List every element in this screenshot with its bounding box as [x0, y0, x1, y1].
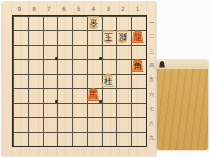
board-square[interactable] — [72, 88, 87, 102]
board-square[interactable] — [116, 16, 131, 30]
piece-kanji: 龍 — [133, 33, 142, 42]
komadai-top-edge — [157, 60, 208, 69]
board-square[interactable] — [13, 45, 28, 59]
board-square[interactable] — [131, 103, 146, 117]
board-square[interactable] — [43, 16, 58, 30]
komadai — [157, 60, 208, 150]
board-square[interactable] — [102, 117, 117, 131]
hoshi-dot — [55, 100, 58, 103]
piece-kanji: 銀 — [119, 32, 128, 41]
board-square[interactable] — [131, 16, 146, 30]
rank-label-9: 九 — [147, 131, 156, 145]
board-square[interactable] — [72, 30, 87, 44]
board-square[interactable] — [28, 30, 43, 44]
board-square[interactable] — [116, 132, 131, 146]
file-label-3: 3 — [101, 5, 116, 14]
hand-piece-icon[interactable] — [159, 61, 165, 68]
rank-label-1: 一 — [147, 15, 156, 29]
rank-label-6: 六 — [147, 87, 156, 101]
board-square[interactable] — [57, 45, 72, 59]
board-square[interactable] — [57, 16, 72, 30]
board-square[interactable] — [116, 45, 131, 59]
board-square[interactable] — [28, 16, 43, 30]
board-square[interactable] — [87, 103, 102, 117]
board-square[interactable] — [102, 59, 117, 73]
board-square[interactable] — [72, 132, 87, 146]
board-square[interactable] — [102, 132, 117, 146]
board-square[interactable] — [28, 59, 43, 73]
board-square[interactable] — [72, 74, 87, 88]
board-square[interactable] — [43, 132, 58, 146]
board-square[interactable] — [116, 59, 131, 73]
piece-kanji: 玉 — [104, 32, 113, 41]
board-square[interactable] — [28, 45, 43, 59]
board-square[interactable] — [13, 117, 28, 131]
board-square[interactable] — [57, 132, 72, 146]
file-label-7: 7 — [42, 5, 57, 14]
board-square[interactable] — [87, 74, 102, 88]
rank-label-5: 五 — [147, 73, 156, 87]
piece-kanji: 角 — [133, 62, 142, 71]
board-square[interactable] — [87, 30, 102, 44]
board-square[interactable] — [13, 16, 28, 30]
board-square[interactable] — [131, 88, 146, 102]
file-label-5: 5 — [71, 5, 86, 14]
board-square[interactable] — [28, 88, 43, 102]
komadai-surface — [157, 69, 208, 150]
hoshi-dot — [55, 57, 58, 60]
board-square[interactable] — [13, 30, 28, 44]
file-label-2: 2 — [115, 5, 130, 14]
piece-kanji: 桂 — [104, 76, 113, 85]
board-square[interactable] — [87, 117, 102, 131]
board-square[interactable] — [28, 132, 43, 146]
board-square[interactable] — [43, 74, 58, 88]
board-square[interactable] — [28, 103, 43, 117]
file-label-6: 6 — [56, 5, 71, 14]
rank-label-3: 三 — [147, 44, 156, 58]
rank-label-4: 四 — [147, 58, 156, 72]
board-square[interactable] — [72, 16, 87, 30]
board-square[interactable] — [28, 74, 43, 88]
board-square[interactable] — [102, 16, 117, 30]
file-label-9: 9 — [12, 5, 27, 14]
board-square[interactable] — [43, 117, 58, 131]
board-square[interactable] — [102, 45, 117, 59]
hoshi-dot — [99, 57, 102, 60]
board-square[interactable] — [13, 132, 28, 146]
board-square[interactable] — [13, 59, 28, 73]
board-square[interactable] — [87, 59, 102, 73]
board-square[interactable] — [131, 117, 146, 131]
board-square[interactable] — [43, 103, 58, 117]
rank-label-2: 二 — [147, 29, 156, 43]
piece-kanji: 馬 — [89, 91, 98, 100]
file-label-8: 8 — [27, 5, 42, 14]
board-square[interactable] — [116, 88, 131, 102]
board-square[interactable] — [131, 74, 146, 88]
shogi-board: 987654321 一二三四五六七八九 金玉銀龍角桂馬 — [2, 2, 156, 156]
shogi-puzzle-widget: 987654321 一二三四五六七八九 金玉銀龍角桂馬 — [0, 0, 210, 158]
piece-kanji: 金 — [89, 17, 98, 26]
board-square[interactable] — [87, 132, 102, 146]
hoshi-dot — [99, 100, 102, 103]
board-square[interactable] — [102, 88, 117, 102]
board-square[interactable] — [102, 103, 117, 117]
board-square[interactable] — [72, 117, 87, 131]
board-square[interactable] — [57, 59, 72, 73]
board-square[interactable] — [57, 30, 72, 44]
rank-label-7: 七 — [147, 102, 156, 116]
board-square[interactable] — [72, 59, 87, 73]
board-square[interactable] — [116, 117, 131, 131]
file-label-1: 1 — [130, 5, 145, 14]
board-square[interactable] — [57, 74, 72, 88]
board-square[interactable] — [28, 117, 43, 131]
board-square[interactable] — [57, 88, 72, 102]
board-square[interactable] — [43, 59, 58, 73]
board-square[interactable] — [43, 30, 58, 44]
board-square[interactable] — [72, 103, 87, 117]
board-square[interactable] — [13, 74, 28, 88]
board-square[interactable] — [72, 45, 87, 59]
board-square[interactable] — [13, 88, 28, 102]
board-square[interactable] — [57, 117, 72, 131]
rank-label-8: 八 — [147, 116, 156, 130]
board-square[interactable] — [57, 103, 72, 117]
board-square[interactable] — [116, 103, 131, 117]
board-square[interactable] — [116, 74, 131, 88]
board-square[interactable] — [131, 132, 146, 146]
board-square[interactable] — [131, 45, 146, 59]
board-square[interactable] — [13, 103, 28, 117]
file-label-4: 4 — [86, 5, 101, 14]
